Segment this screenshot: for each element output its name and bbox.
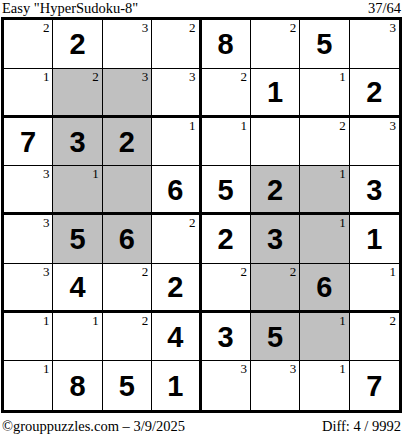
cell-r2c7[interactable]: 1 xyxy=(300,69,349,118)
cell-r1c4[interactable]: 2 xyxy=(152,20,201,69)
cell-r1c6[interactable]: 2 xyxy=(251,20,300,69)
pencil-mark: 1 xyxy=(92,166,99,181)
cell-r7c2[interactable]: 1 xyxy=(53,313,102,362)
pencil-mark: 2 xyxy=(290,264,297,279)
cell-r6c6[interactable]: 2 xyxy=(251,264,300,313)
pencil-mark: 1 xyxy=(240,118,247,133)
pencil-mark: 1 xyxy=(189,118,196,133)
cell-r2c5[interactable]: 2 xyxy=(202,69,251,118)
cell-r4c3[interactable] xyxy=(103,166,152,215)
pencil-mark: 1 xyxy=(390,264,397,279)
cell-r2c1[interactable]: 1 xyxy=(4,69,53,118)
given-digit: 6 xyxy=(119,225,135,254)
cell-r7c1[interactable]: 1 xyxy=(4,313,53,362)
pencil-mark: 3 xyxy=(43,166,50,181)
given-digit: 2 xyxy=(267,176,283,205)
cell-r2c3[interactable]: 3 xyxy=(103,69,152,118)
pencil-mark: 1 xyxy=(339,215,346,230)
given-digit: 3 xyxy=(366,176,382,205)
cell-r7c4[interactable]: 4 xyxy=(152,313,201,362)
puzzle-title: Easy "HyperSudoku-8" xyxy=(2,0,138,16)
cell-r6c1[interactable]: 3 xyxy=(4,264,53,313)
pencil-mark: 3 xyxy=(43,215,50,230)
pencil-mark: 1 xyxy=(43,361,50,376)
cell-r7c8[interactable]: 2 xyxy=(350,313,399,362)
cell-r8c8[interactable]: 7 xyxy=(350,361,399,410)
pencil-mark: 1 xyxy=(339,69,346,84)
cell-r2c2[interactable]: 2 xyxy=(53,69,102,118)
cell-r5c1[interactable]: 3 xyxy=(4,215,53,264)
given-digit: 2 xyxy=(167,273,183,302)
copyright-date: ©grouppuzzles.com – 3/9/2025 xyxy=(2,417,185,435)
pencil-mark: 2 xyxy=(142,264,149,279)
given-digit: 1 xyxy=(366,225,382,254)
given-digit: 5 xyxy=(218,176,234,205)
pencil-mark: 2 xyxy=(189,215,196,230)
given-digit: 8 xyxy=(218,30,234,59)
given-digit: 5 xyxy=(316,30,332,59)
pencil-mark: 2 xyxy=(142,313,149,328)
difficulty-label: Diff: 4 / 9992 xyxy=(322,417,401,435)
cell-r5c4[interactable]: 2 xyxy=(152,215,201,264)
pencil-mark: 3 xyxy=(390,20,397,35)
given-digit: 2 xyxy=(218,225,234,254)
cell-r6c7[interactable]: 6 xyxy=(300,264,349,313)
cell-r6c4[interactable]: 2 xyxy=(152,264,201,313)
cell-r7c5[interactable]: 3 xyxy=(202,313,251,362)
cell-r7c6[interactable]: 5 xyxy=(251,313,300,362)
cell-r4c4[interactable]: 6 xyxy=(152,166,201,215)
cell-r4c5[interactable]: 5 xyxy=(202,166,251,215)
cell-r4c2[interactable]: 1 xyxy=(53,166,102,215)
cell-r8c5[interactable]: 3 xyxy=(202,361,251,410)
given-digit: 2 xyxy=(366,78,382,107)
cell-r1c2[interactable]: 2 xyxy=(53,20,102,69)
given-digit: 4 xyxy=(69,273,85,302)
given-digit: 7 xyxy=(20,128,36,157)
pencil-mark: 2 xyxy=(92,69,99,84)
pencil-mark: 1 xyxy=(339,361,346,376)
given-digit: 5 xyxy=(69,225,85,254)
cell-r7c7[interactable]: 1 xyxy=(300,313,349,362)
cell-r4c6[interactable]: 2 xyxy=(251,166,300,215)
cell-r3c1[interactable]: 7 xyxy=(4,118,53,167)
cell-r3c7[interactable]: 2 xyxy=(300,118,349,167)
cell-r6c3[interactable]: 2 xyxy=(103,264,152,313)
given-digit: 2 xyxy=(119,128,135,157)
cell-r8c4[interactable]: 1 xyxy=(152,361,201,410)
cell-r8c1[interactable]: 1 xyxy=(4,361,53,410)
pencil-mark: 2 xyxy=(240,264,247,279)
cell-r1c5[interactable]: 8 xyxy=(202,20,251,69)
cell-r6c8[interactable]: 1 xyxy=(350,264,399,313)
pencil-mark: 2 xyxy=(43,20,50,35)
pencil-mark: 2 xyxy=(339,118,346,133)
given-digit: 6 xyxy=(316,273,332,302)
pencil-mark: 1 xyxy=(43,313,50,328)
pencil-mark: 3 xyxy=(240,361,247,376)
cell-r2c6[interactable]: 1 xyxy=(251,69,300,118)
pencil-mark: 3 xyxy=(43,264,50,279)
pencil-mark: 3 xyxy=(142,20,149,35)
cell-r8c7[interactable]: 1 xyxy=(300,361,349,410)
cell-r3c4[interactable]: 1 xyxy=(152,118,201,167)
given-digit: 8 xyxy=(69,372,85,401)
cell-r5c5[interactable]: 2 xyxy=(202,215,251,264)
cell-r4c1[interactable]: 3 xyxy=(4,166,53,215)
footer: ©grouppuzzles.com – 3/9/2025 Diff: 4 / 9… xyxy=(2,417,401,435)
cell-r5c3[interactable]: 6 xyxy=(103,215,152,264)
given-digit: 7 xyxy=(366,372,382,401)
cell-r5c7[interactable]: 1 xyxy=(300,215,349,264)
cell-r6c2[interactable]: 4 xyxy=(53,264,102,313)
given-digit: 5 xyxy=(119,372,135,401)
pencil-mark: 1 xyxy=(339,313,346,328)
given-digit: 3 xyxy=(267,225,283,254)
pencil-mark: 3 xyxy=(142,69,149,84)
sudoku-grid: 2232825312332112732112331652133562231134… xyxy=(4,20,399,410)
cell-r5c8[interactable]: 1 xyxy=(350,215,399,264)
given-digit: 6 xyxy=(167,176,183,205)
given-digit: 3 xyxy=(218,323,234,352)
cell-r3c3[interactable]: 2 xyxy=(103,118,152,167)
pencil-mark: 3 xyxy=(390,118,397,133)
cell-r5c6[interactable]: 3 xyxy=(251,215,300,264)
cell-r1c8[interactable]: 3 xyxy=(350,20,399,69)
cell-r8c3[interactable]: 5 xyxy=(103,361,152,410)
cell-counter: 37/64 xyxy=(368,0,401,16)
cell-r4c7[interactable]: 1 xyxy=(300,166,349,215)
cell-r1c3[interactable]: 3 xyxy=(103,20,152,69)
given-digit: 4 xyxy=(167,323,183,352)
pencil-mark: 1 xyxy=(339,166,346,181)
cell-r3c5[interactable]: 1 xyxy=(202,118,251,167)
cell-r5c2[interactable]: 5 xyxy=(53,215,102,264)
sudoku-board: 2232825312332112732112331652133562231134… xyxy=(1,17,402,413)
pencil-mark: 3 xyxy=(290,361,297,376)
pencil-mark: 3 xyxy=(189,69,196,84)
cell-r8c6[interactable]: 3 xyxy=(251,361,300,410)
pencil-mark: 2 xyxy=(240,69,247,84)
given-digit: 5 xyxy=(267,323,283,352)
cell-r3c2[interactable]: 3 xyxy=(53,118,102,167)
given-digit: 2 xyxy=(69,30,85,59)
cell-r2c8[interactable]: 2 xyxy=(350,69,399,118)
pencil-mark: 2 xyxy=(290,20,297,35)
cell-r2c4[interactable]: 3 xyxy=(152,69,201,118)
cell-r1c7[interactable]: 5 xyxy=(300,20,349,69)
cell-r4c8[interactable]: 3 xyxy=(350,166,399,215)
pencil-mark: 1 xyxy=(43,69,50,84)
cell-r3c6[interactable] xyxy=(251,118,300,167)
pencil-mark: 2 xyxy=(390,313,397,328)
given-digit: 3 xyxy=(69,128,85,157)
header: Easy "HyperSudoku-8" 37/64 xyxy=(2,0,401,16)
cell-r1c1[interactable]: 2 xyxy=(4,20,53,69)
pencil-mark: 1 xyxy=(92,313,99,328)
pencil-mark: 2 xyxy=(189,20,196,35)
cell-r6c5[interactable]: 2 xyxy=(202,264,251,313)
cell-r8c2[interactable]: 8 xyxy=(53,361,102,410)
cell-r7c3[interactable]: 2 xyxy=(103,313,152,362)
cell-r3c8[interactable]: 3 xyxy=(350,118,399,167)
puzzle-page: Easy "HyperSudoku-8" 37/64 2232825312332… xyxy=(0,0,403,437)
given-digit: 1 xyxy=(267,78,283,107)
given-digit: 1 xyxy=(167,372,183,401)
